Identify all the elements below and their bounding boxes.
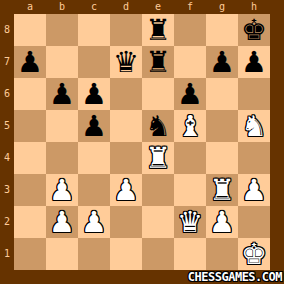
square-c6[interactable]: ♟: [78, 78, 110, 110]
black-pawn[interactable]: ♟: [238, 46, 270, 78]
square-h4[interactable]: [238, 142, 270, 174]
square-h5[interactable]: ♞: [238, 110, 270, 142]
square-h6[interactable]: [238, 78, 270, 110]
square-e6[interactable]: [142, 78, 174, 110]
white-bishop[interactable]: ♝: [174, 110, 206, 142]
square-b1[interactable]: [46, 238, 78, 270]
square-e5[interactable]: ♞: [142, 110, 174, 142]
black-king[interactable]: ♚: [238, 14, 270, 46]
square-a1[interactable]: [14, 238, 46, 270]
file-label-e: e: [142, 0, 174, 14]
file-label-d: d: [110, 0, 142, 14]
file-label-a: a: [14, 0, 46, 14]
file-label-g: g: [206, 0, 238, 14]
black-queen[interactable]: ♛: [110, 46, 142, 78]
square-d7[interactable]: ♛: [110, 46, 142, 78]
black-pawn[interactable]: ♟: [206, 46, 238, 78]
square-c5[interactable]: ♟: [78, 110, 110, 142]
black-knight[interactable]: ♞: [142, 110, 174, 142]
square-b7[interactable]: [46, 46, 78, 78]
square-f4[interactable]: [174, 142, 206, 174]
square-d4[interactable]: [110, 142, 142, 174]
white-knight[interactable]: ♞: [238, 110, 270, 142]
square-d2[interactable]: [110, 206, 142, 238]
square-g8[interactable]: [206, 14, 238, 46]
square-d8[interactable]: [110, 14, 142, 46]
square-a3[interactable]: [14, 174, 46, 206]
file-label-h: h: [238, 0, 270, 14]
square-g2[interactable]: ♟: [206, 206, 238, 238]
square-b6[interactable]: ♟: [46, 78, 78, 110]
black-rook[interactable]: ♜: [142, 46, 174, 78]
black-pawn[interactable]: ♟: [174, 78, 206, 110]
square-b8[interactable]: [46, 14, 78, 46]
square-b2[interactable]: ♟: [46, 206, 78, 238]
square-g5[interactable]: [206, 110, 238, 142]
white-pawn[interactable]: ♟: [238, 174, 270, 206]
square-e3[interactable]: [142, 174, 174, 206]
white-pawn[interactable]: ♟: [78, 206, 110, 238]
file-label-f: f: [174, 0, 206, 14]
square-c2[interactable]: ♟: [78, 206, 110, 238]
square-d3[interactable]: ♟: [110, 174, 142, 206]
white-rook[interactable]: ♜: [142, 142, 174, 174]
white-queen[interactable]: ♛: [174, 206, 206, 238]
square-f6[interactable]: ♟: [174, 78, 206, 110]
square-a7[interactable]: ♟: [14, 46, 46, 78]
rank-label-6: 6: [0, 78, 14, 110]
square-c3[interactable]: [78, 174, 110, 206]
rank-label-1: 1: [0, 238, 14, 270]
chess-diagram: abcdefgh 87654321 ♜♚♟♛♜♟♟♟♟♟♟♞♝♞♜♟♟♜♟♟♟♛…: [0, 0, 284, 284]
black-pawn[interactable]: ♟: [78, 78, 110, 110]
square-a6[interactable]: [14, 78, 46, 110]
square-d5[interactable]: [110, 110, 142, 142]
square-b3[interactable]: ♟: [46, 174, 78, 206]
square-a5[interactable]: [14, 110, 46, 142]
chessgames-watermark: CHESSGAMES.COM: [188, 270, 282, 284]
square-g6[interactable]: [206, 78, 238, 110]
square-a2[interactable]: [14, 206, 46, 238]
square-c1[interactable]: [78, 238, 110, 270]
square-d6[interactable]: [110, 78, 142, 110]
square-b5[interactable]: [46, 110, 78, 142]
square-d1[interactable]: [110, 238, 142, 270]
black-rook[interactable]: ♜: [142, 14, 174, 46]
square-h7[interactable]: ♟: [238, 46, 270, 78]
white-pawn[interactable]: ♟: [110, 174, 142, 206]
white-king[interactable]: ♚: [238, 238, 270, 270]
square-f5[interactable]: ♝: [174, 110, 206, 142]
square-h1[interactable]: ♚: [238, 238, 270, 270]
rank-label-4: 4: [0, 142, 14, 174]
black-pawn[interactable]: ♟: [46, 78, 78, 110]
square-g3[interactable]: ♜: [206, 174, 238, 206]
rank-label-3: 3: [0, 174, 14, 206]
square-f3[interactable]: [174, 174, 206, 206]
white-rook[interactable]: ♜: [206, 174, 238, 206]
square-h2[interactable]: [238, 206, 270, 238]
square-h3[interactable]: ♟: [238, 174, 270, 206]
square-b4[interactable]: [46, 142, 78, 174]
square-e4[interactable]: ♜: [142, 142, 174, 174]
square-e2[interactable]: [142, 206, 174, 238]
square-g1[interactable]: [206, 238, 238, 270]
rank-label-8: 8: [0, 14, 14, 46]
square-c4[interactable]: [78, 142, 110, 174]
rank-label-2: 2: [0, 206, 14, 238]
square-e1[interactable]: [142, 238, 174, 270]
rank-label-5: 5: [0, 110, 14, 142]
square-g7[interactable]: ♟: [206, 46, 238, 78]
square-c8[interactable]: [78, 14, 110, 46]
square-f1[interactable]: [174, 238, 206, 270]
white-pawn[interactable]: ♟: [206, 206, 238, 238]
square-f8[interactable]: [174, 14, 206, 46]
square-a8[interactable]: [14, 14, 46, 46]
file-labels: abcdefgh: [14, 0, 270, 14]
rank-label-7: 7: [0, 46, 14, 78]
white-pawn[interactable]: ♟: [46, 174, 78, 206]
square-e7[interactable]: ♜: [142, 46, 174, 78]
square-e8[interactable]: ♜: [142, 14, 174, 46]
square-f2[interactable]: ♛: [174, 206, 206, 238]
square-h8[interactable]: ♚: [238, 14, 270, 46]
square-g4[interactable]: [206, 142, 238, 174]
file-label-b: b: [46, 0, 78, 14]
rank-labels: 87654321: [0, 14, 14, 270]
file-label-c: c: [78, 0, 110, 14]
black-pawn[interactable]: ♟: [78, 110, 110, 142]
black-pawn[interactable]: ♟: [14, 46, 46, 78]
board: ♜♚♟♛♜♟♟♟♟♟♟♞♝♞♜♟♟♜♟♟♟♛♟♚: [14, 14, 270, 270]
square-f7[interactable]: [174, 46, 206, 78]
square-a4[interactable]: [14, 142, 46, 174]
square-c7[interactable]: [78, 46, 110, 78]
white-pawn[interactable]: ♟: [46, 206, 78, 238]
